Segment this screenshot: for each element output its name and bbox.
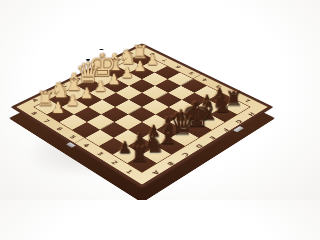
black-rook-glyph: ♜ xyxy=(124,143,155,165)
product-photo-scene: 87654321 87654321 HGFEDCBA HGFEDCBA ♜♞♝♛… xyxy=(0,0,281,200)
white-pawn-glyph: ♟ xyxy=(44,100,72,115)
